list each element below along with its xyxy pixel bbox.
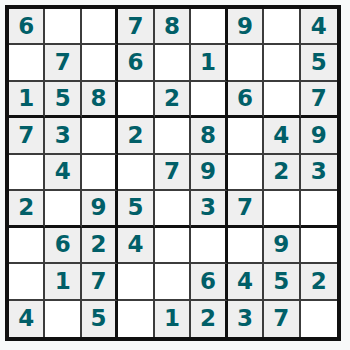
cell-r5c2[interactable]: 4 [45,155,81,191]
cell-r5c5[interactable]: 7 [155,155,191,191]
cell-r5c1[interactable] [9,155,45,191]
cell-r6c5[interactable] [155,191,191,227]
cell-r7c3[interactable]: 2 [82,228,118,264]
cell-r2c9[interactable]: 5 [301,45,337,81]
cell-r8c7[interactable]: 4 [228,264,264,300]
cell-r3c1[interactable]: 1 [9,82,45,118]
cell-r1c4[interactable]: 7 [118,9,154,45]
cell-r4c3[interactable] [82,118,118,154]
sudoku-board: 6789476151582677328494792329537624917645… [5,5,341,341]
cell-r8c2[interactable]: 1 [45,264,81,300]
cell-r9c2[interactable] [45,301,81,337]
cell-r9c8[interactable]: 7 [264,301,300,337]
cell-r5c3[interactable] [82,155,118,191]
cell-r1c2[interactable] [45,9,81,45]
cell-r2c2[interactable]: 7 [45,45,81,81]
cell-r8c1[interactable] [9,264,45,300]
cell-r1c3[interactable] [82,9,118,45]
cell-r6c2[interactable] [45,191,81,227]
cell-r5c6[interactable]: 9 [191,155,227,191]
cell-r4c1[interactable]: 7 [9,118,45,154]
cell-r5c9[interactable]: 3 [301,155,337,191]
cell-r4c9[interactable]: 9 [301,118,337,154]
cell-r7c4[interactable]: 4 [118,228,154,264]
cell-r2c4[interactable]: 6 [118,45,154,81]
cell-r1c1[interactable]: 6 [9,9,45,45]
cell-r6c3[interactable]: 9 [82,191,118,227]
cell-r1c5[interactable]: 8 [155,9,191,45]
cell-r6c6[interactable]: 3 [191,191,227,227]
cell-r9c6[interactable]: 2 [191,301,227,337]
cell-r3c6[interactable] [191,82,227,118]
cell-r2c3[interactable] [82,45,118,81]
cell-r3c5[interactable]: 2 [155,82,191,118]
cell-r7c8[interactable]: 9 [264,228,300,264]
cell-r8c5[interactable] [155,264,191,300]
cell-r7c9[interactable] [301,228,337,264]
cell-r6c8[interactable] [264,191,300,227]
cell-r4c8[interactable]: 4 [264,118,300,154]
cell-r4c2[interactable]: 3 [45,118,81,154]
cell-r9c3[interactable]: 5 [82,301,118,337]
cell-r6c1[interactable]: 2 [9,191,45,227]
cell-r8c6[interactable]: 6 [191,264,227,300]
cell-r2c6[interactable]: 1 [191,45,227,81]
cell-r2c5[interactable] [155,45,191,81]
cell-r1c9[interactable]: 4 [301,9,337,45]
cell-r3c7[interactable]: 6 [228,82,264,118]
cell-r1c8[interactable] [264,9,300,45]
cell-r7c7[interactable] [228,228,264,264]
cell-r7c6[interactable] [191,228,227,264]
cell-r8c8[interactable]: 5 [264,264,300,300]
cell-r7c1[interactable] [9,228,45,264]
cell-r9c5[interactable]: 1 [155,301,191,337]
cell-r3c9[interactable]: 7 [301,82,337,118]
cell-r1c7[interactable]: 9 [228,9,264,45]
cell-r8c4[interactable] [118,264,154,300]
cell-r8c3[interactable]: 7 [82,264,118,300]
cell-r4c6[interactable]: 8 [191,118,227,154]
cell-r3c3[interactable]: 8 [82,82,118,118]
cell-r7c2[interactable]: 6 [45,228,81,264]
cell-r9c4[interactable] [118,301,154,337]
cell-r9c7[interactable]: 3 [228,301,264,337]
cell-r4c4[interactable]: 2 [118,118,154,154]
cell-r9c1[interactable]: 4 [9,301,45,337]
cell-r2c8[interactable] [264,45,300,81]
cell-r1c6[interactable] [191,9,227,45]
cell-r5c8[interactable]: 2 [264,155,300,191]
cell-r8c9[interactable]: 2 [301,264,337,300]
cell-r5c4[interactable] [118,155,154,191]
cell-r3c2[interactable]: 5 [45,82,81,118]
cell-r4c7[interactable] [228,118,264,154]
cell-r3c4[interactable] [118,82,154,118]
cell-r4c5[interactable] [155,118,191,154]
cell-r5c7[interactable] [228,155,264,191]
cell-r3c8[interactable] [264,82,300,118]
cell-r9c9[interactable] [301,301,337,337]
sudoku-page: 6789476151582677328494792329537624917645… [0,0,350,350]
cell-r6c4[interactable]: 5 [118,191,154,227]
cell-r2c7[interactable] [228,45,264,81]
cell-r6c7[interactable]: 7 [228,191,264,227]
cell-r7c5[interactable] [155,228,191,264]
cell-r6c9[interactable] [301,191,337,227]
cell-r2c1[interactable] [9,45,45,81]
